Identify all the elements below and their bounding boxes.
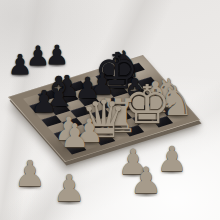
chess-set-photo: ♟♞♟♝♟♟♚♝♟♝♞♟♟♛♜♚♞♟♟♟♟♟♟♟♟ xyxy=(0,0,220,220)
gray-pawn[interactable]: ♟ xyxy=(130,163,163,199)
gray-pawn[interactable]: ♟ xyxy=(60,119,89,152)
gray-pawn[interactable]: ♟ xyxy=(52,171,85,208)
gray-pawn[interactable]: ♟ xyxy=(14,156,46,192)
black-pawn[interactable]: ♟ xyxy=(8,51,32,78)
